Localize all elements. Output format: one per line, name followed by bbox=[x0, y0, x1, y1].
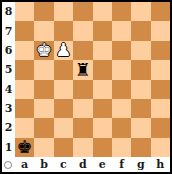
square-c8[interactable] bbox=[54, 2, 73, 21]
square-f1[interactable] bbox=[112, 138, 131, 157]
rank-label-7: 7 bbox=[2, 21, 15, 40]
square-f8[interactable] bbox=[112, 2, 131, 21]
square-e3[interactable] bbox=[93, 99, 112, 118]
square-c5[interactable] bbox=[54, 60, 73, 79]
square-h1[interactable] bbox=[151, 138, 170, 157]
black-rook: ♜ bbox=[73, 60, 92, 79]
rank-label-6: 6 bbox=[2, 41, 15, 60]
square-d4[interactable] bbox=[73, 80, 92, 99]
square-c4[interactable] bbox=[54, 80, 73, 99]
file-label-c: c bbox=[54, 157, 73, 172]
square-e6[interactable] bbox=[93, 41, 112, 60]
square-d8[interactable] bbox=[73, 2, 92, 21]
square-c1[interactable] bbox=[54, 138, 73, 157]
rank-label-8: 8 bbox=[2, 2, 15, 21]
square-c6[interactable]: ♟ bbox=[54, 41, 73, 60]
square-g3[interactable] bbox=[131, 99, 150, 118]
square-d2[interactable] bbox=[73, 118, 92, 137]
file-label-f: f bbox=[112, 157, 131, 172]
white-to-move-icon bbox=[4, 161, 12, 169]
square-d6[interactable] bbox=[73, 41, 92, 60]
square-h7[interactable] bbox=[151, 21, 170, 40]
square-f7[interactable] bbox=[112, 21, 131, 40]
square-c3[interactable] bbox=[54, 99, 73, 118]
square-b5[interactable] bbox=[34, 60, 53, 79]
square-b8[interactable] bbox=[34, 2, 53, 21]
square-g4[interactable] bbox=[131, 80, 150, 99]
square-f2[interactable] bbox=[112, 118, 131, 137]
file-label-g: g bbox=[131, 157, 150, 172]
square-h6[interactable] bbox=[151, 41, 170, 60]
square-e2[interactable] bbox=[93, 118, 112, 137]
square-b1[interactable] bbox=[34, 138, 53, 157]
chess-board: ♚♟♜♚ bbox=[15, 2, 170, 157]
square-a3[interactable] bbox=[15, 99, 34, 118]
square-h4[interactable] bbox=[151, 80, 170, 99]
rank-label-3: 3 bbox=[2, 99, 15, 118]
square-h8[interactable] bbox=[151, 2, 170, 21]
file-label-b: b bbox=[34, 157, 53, 172]
square-e8[interactable] bbox=[93, 2, 112, 21]
square-d7[interactable] bbox=[73, 21, 92, 40]
square-a7[interactable] bbox=[15, 21, 34, 40]
square-e7[interactable] bbox=[93, 21, 112, 40]
square-a2[interactable] bbox=[15, 118, 34, 137]
file-labels: abcdefgh bbox=[15, 157, 170, 172]
square-d5[interactable]: ♜ bbox=[73, 60, 92, 79]
square-a5[interactable] bbox=[15, 60, 34, 79]
square-h2[interactable] bbox=[151, 118, 170, 137]
square-a4[interactable] bbox=[15, 80, 34, 99]
square-d3[interactable] bbox=[73, 99, 92, 118]
square-c2[interactable] bbox=[54, 118, 73, 137]
rank-label-2: 2 bbox=[2, 118, 15, 137]
square-a8[interactable] bbox=[15, 2, 34, 21]
square-g7[interactable] bbox=[131, 21, 150, 40]
rank-label-1: 1 bbox=[2, 138, 15, 157]
file-label-h: h bbox=[151, 157, 170, 172]
white-king: ♚ bbox=[34, 41, 53, 60]
square-d1[interactable] bbox=[73, 138, 92, 157]
square-g1[interactable] bbox=[131, 138, 150, 157]
file-label-e: e bbox=[93, 157, 112, 172]
square-a1[interactable]: ♚ bbox=[15, 138, 34, 157]
square-g5[interactable] bbox=[131, 60, 150, 79]
square-b3[interactable] bbox=[34, 99, 53, 118]
square-f4[interactable] bbox=[112, 80, 131, 99]
file-label-d: d bbox=[73, 157, 92, 172]
square-g2[interactable] bbox=[131, 118, 150, 137]
white-pawn: ♟ bbox=[54, 41, 73, 60]
square-c7[interactable] bbox=[54, 21, 73, 40]
square-b6[interactable]: ♚ bbox=[34, 41, 53, 60]
square-e1[interactable] bbox=[93, 138, 112, 157]
square-b2[interactable] bbox=[34, 118, 53, 137]
rank-label-5: 5 bbox=[2, 60, 15, 79]
square-e4[interactable] bbox=[93, 80, 112, 99]
square-b4[interactable] bbox=[34, 80, 53, 99]
square-f6[interactable] bbox=[112, 41, 131, 60]
square-h3[interactable] bbox=[151, 99, 170, 118]
square-f5[interactable] bbox=[112, 60, 131, 79]
square-g6[interactable] bbox=[131, 41, 150, 60]
black-king: ♚ bbox=[15, 138, 34, 157]
square-b7[interactable] bbox=[34, 21, 53, 40]
square-a6[interactable] bbox=[15, 41, 34, 60]
square-h5[interactable] bbox=[151, 60, 170, 79]
rank-labels: 87654321 bbox=[2, 2, 15, 157]
chess-diagram: 87654321 ♚♟♜♚ abcdefgh bbox=[0, 0, 172, 174]
square-g8[interactable] bbox=[131, 2, 150, 21]
rank-label-4: 4 bbox=[2, 80, 15, 99]
square-e5[interactable] bbox=[93, 60, 112, 79]
file-label-a: a bbox=[15, 157, 34, 172]
square-f3[interactable] bbox=[112, 99, 131, 118]
side-to-move-indicator bbox=[2, 157, 15, 172]
